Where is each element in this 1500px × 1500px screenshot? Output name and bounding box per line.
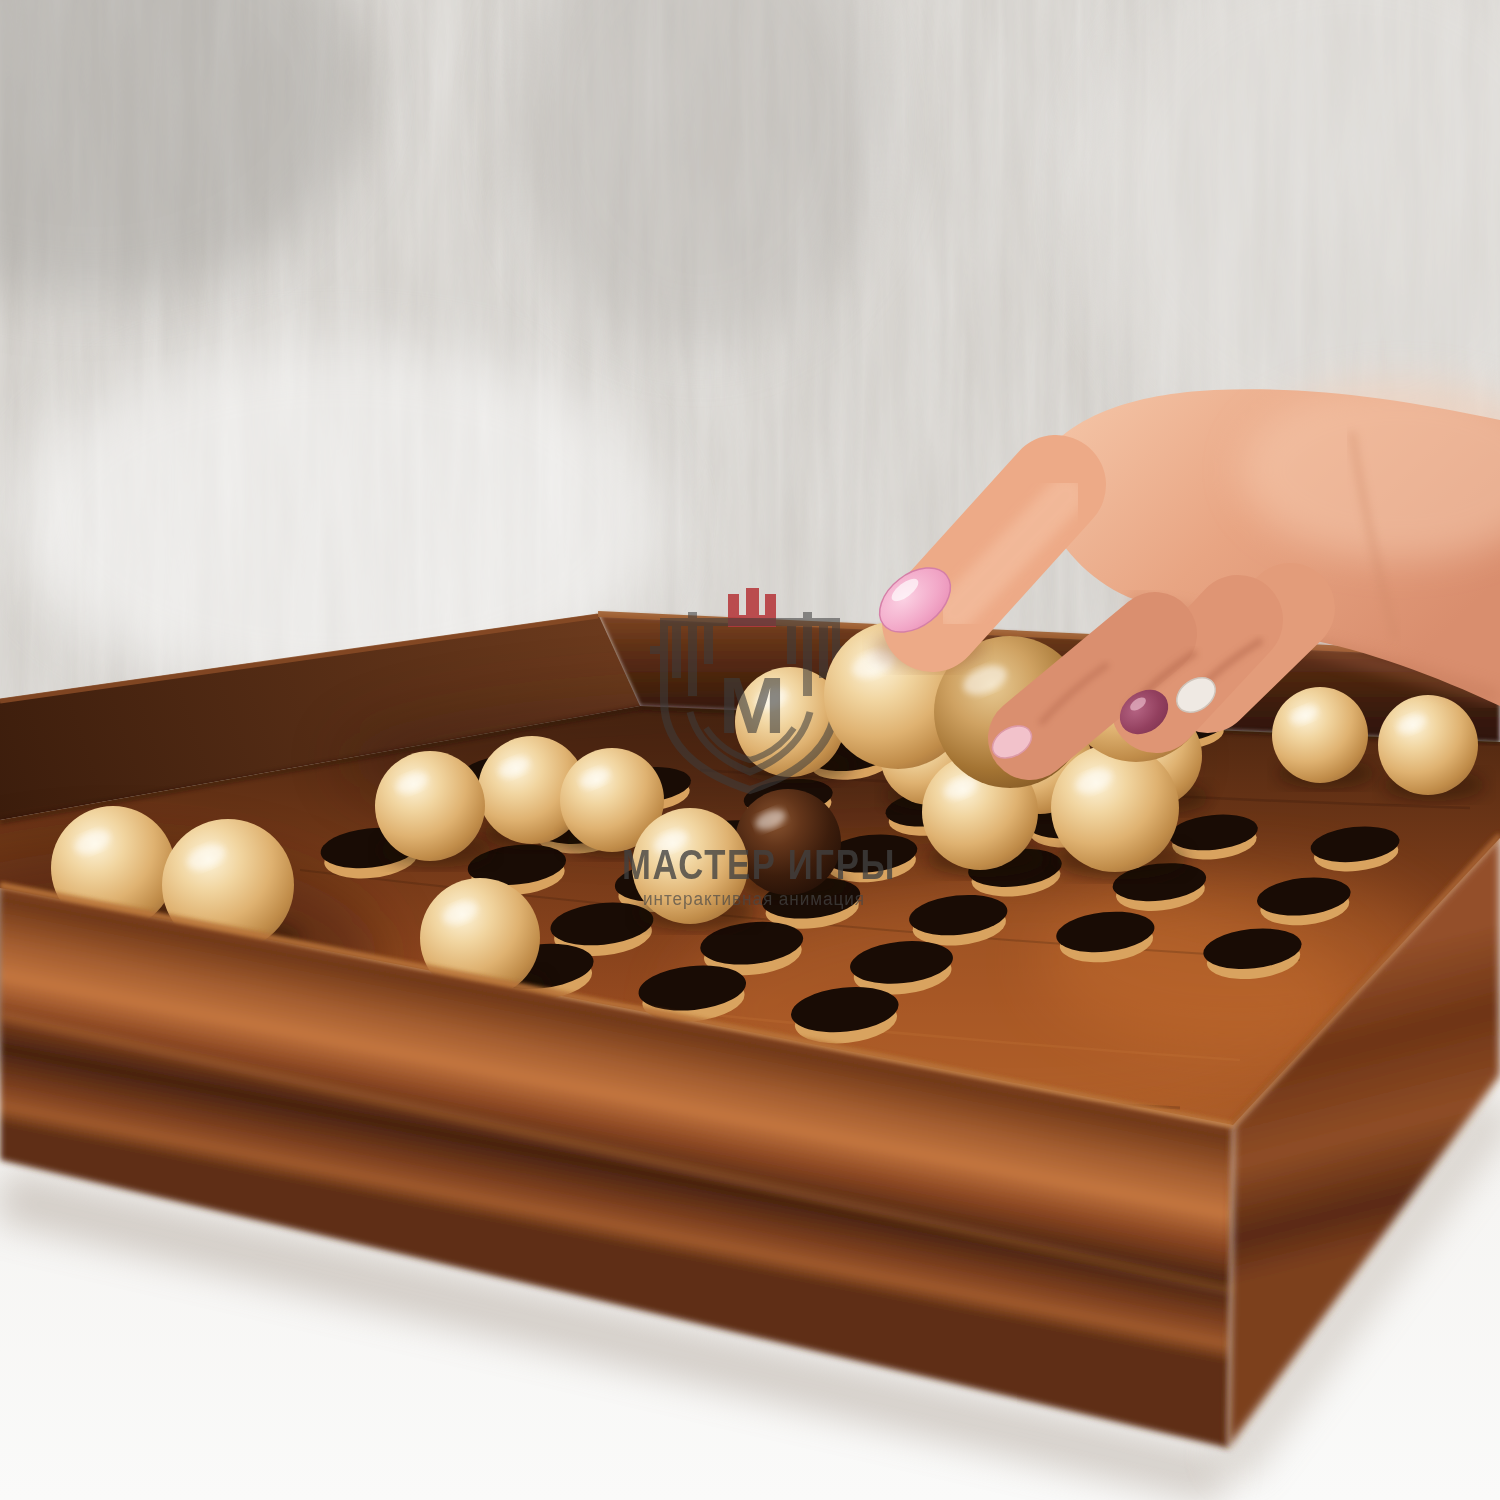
light-ball[interactable] xyxy=(1378,695,1478,795)
light-ball[interactable] xyxy=(1272,687,1368,783)
watermark-title: МАСТЕР ИГРЫ xyxy=(622,841,896,888)
scene: M МАСТЕР ИГРЫ интерактивная анимация xyxy=(0,0,1500,1500)
light-ball[interactable] xyxy=(375,751,485,861)
photo-stage: M МАСТЕР ИГРЫ интерактивная анимация xyxy=(0,0,1500,1500)
watermark-monogram: M xyxy=(719,661,786,750)
light-ball[interactable] xyxy=(1051,744,1179,872)
watermark-subtitle: интерактивная анимация xyxy=(643,889,865,909)
